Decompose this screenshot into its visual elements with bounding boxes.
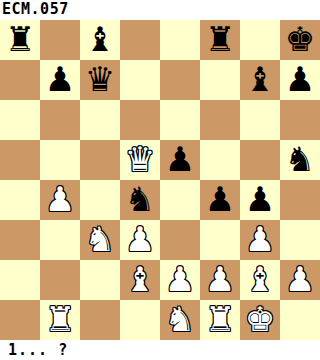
- square-d6[interactable]: [120, 100, 160, 140]
- square-a8[interactable]: ♜: [0, 20, 40, 60]
- square-h8[interactable]: ♚: [280, 20, 320, 60]
- square-g3[interactable]: ♟: [240, 220, 280, 260]
- square-d2[interactable]: ♝: [120, 260, 160, 300]
- square-e1[interactable]: ♞: [160, 300, 200, 340]
- square-f2[interactable]: ♟: [200, 260, 240, 300]
- piece-black-bishop: ♝: [85, 22, 115, 56]
- square-e8[interactable]: [160, 20, 200, 60]
- piece-black-pawn: ♟: [205, 182, 235, 216]
- piece-white-bishop: ♝: [245, 262, 275, 296]
- square-f6[interactable]: [200, 100, 240, 140]
- square-d4[interactable]: ♞: [120, 180, 160, 220]
- square-c2[interactable]: [80, 260, 120, 300]
- square-a6[interactable]: [0, 100, 40, 140]
- square-h4[interactable]: [280, 180, 320, 220]
- square-e5[interactable]: ♟: [160, 140, 200, 180]
- square-c3[interactable]: ♞: [80, 220, 120, 260]
- piece-black-rook: ♜: [205, 22, 235, 56]
- square-d5[interactable]: ♛: [120, 140, 160, 180]
- piece-white-rook: ♜: [205, 302, 235, 336]
- piece-white-knight: ♞: [165, 302, 195, 336]
- square-e7[interactable]: [160, 60, 200, 100]
- square-c5[interactable]: [80, 140, 120, 180]
- square-b8[interactable]: [40, 20, 80, 60]
- square-a1[interactable]: [0, 300, 40, 340]
- square-f8[interactable]: ♜: [200, 20, 240, 60]
- square-h3[interactable]: [280, 220, 320, 260]
- square-g1[interactable]: ♚: [240, 300, 280, 340]
- square-a5[interactable]: [0, 140, 40, 180]
- piece-black-knight: ♞: [125, 182, 155, 216]
- puzzle-id: ECM.057: [0, 0, 320, 20]
- chess-app-window: ECM.057 ♜♝♜♚♟♛♝♟♛♟♞♟♞♟♟♞♟♟♝♟♟♝♟♜♞♜♚ 1...…: [0, 0, 320, 360]
- square-a4[interactable]: [0, 180, 40, 220]
- square-f5[interactable]: [200, 140, 240, 180]
- square-c6[interactable]: [80, 100, 120, 140]
- square-d1[interactable]: [120, 300, 160, 340]
- piece-black-bishop: ♝: [245, 62, 275, 96]
- piece-white-knight: ♞: [85, 222, 115, 256]
- square-g4[interactable]: ♟: [240, 180, 280, 220]
- square-b4[interactable]: ♟: [40, 180, 80, 220]
- square-a2[interactable]: [0, 260, 40, 300]
- piece-white-pawn: ♟: [125, 222, 155, 256]
- square-h5[interactable]: ♞: [280, 140, 320, 180]
- piece-black-rook: ♜: [5, 22, 35, 56]
- square-a3[interactable]: [0, 220, 40, 260]
- square-c8[interactable]: ♝: [80, 20, 120, 60]
- square-b3[interactable]: [40, 220, 80, 260]
- piece-white-pawn: ♟: [45, 182, 75, 216]
- piece-white-pawn: ♟: [245, 222, 275, 256]
- square-g8[interactable]: [240, 20, 280, 60]
- square-b6[interactable]: [40, 100, 80, 140]
- piece-black-pawn: ♟: [285, 62, 315, 96]
- piece-white-bishop: ♝: [125, 262, 155, 296]
- square-h1[interactable]: [280, 300, 320, 340]
- piece-white-queen: ♛: [125, 142, 155, 176]
- square-b1[interactable]: ♜: [40, 300, 80, 340]
- square-c4[interactable]: [80, 180, 120, 220]
- square-h7[interactable]: ♟: [280, 60, 320, 100]
- square-b2[interactable]: [40, 260, 80, 300]
- square-d7[interactable]: [120, 60, 160, 100]
- square-a7[interactable]: [0, 60, 40, 100]
- piece-white-rook: ♜: [45, 302, 75, 336]
- piece-black-knight: ♞: [285, 142, 315, 176]
- piece-black-king: ♚: [285, 22, 315, 56]
- square-h6[interactable]: [280, 100, 320, 140]
- piece-white-pawn: ♟: [205, 262, 235, 296]
- square-b5[interactable]: [40, 140, 80, 180]
- square-f3[interactable]: [200, 220, 240, 260]
- square-f1[interactable]: ♜: [200, 300, 240, 340]
- piece-black-pawn: ♟: [45, 62, 75, 96]
- square-d8[interactable]: [120, 20, 160, 60]
- square-b7[interactable]: ♟: [40, 60, 80, 100]
- square-g2[interactable]: ♝: [240, 260, 280, 300]
- square-c1[interactable]: [80, 300, 120, 340]
- square-f4[interactable]: ♟: [200, 180, 240, 220]
- piece-white-pawn: ♟: [285, 262, 315, 296]
- square-e4[interactable]: [160, 180, 200, 220]
- square-e2[interactable]: ♟: [160, 260, 200, 300]
- piece-black-pawn: ♟: [245, 182, 275, 216]
- square-g6[interactable]: [240, 100, 280, 140]
- piece-white-king: ♚: [245, 302, 275, 336]
- square-g7[interactable]: ♝: [240, 60, 280, 100]
- piece-black-queen: ♛: [85, 62, 115, 96]
- piece-white-pawn: ♟: [165, 262, 195, 296]
- square-f7[interactable]: [200, 60, 240, 100]
- square-g5[interactable]: [240, 140, 280, 180]
- move-prompt: 1... ?: [0, 340, 320, 360]
- piece-black-pawn: ♟: [165, 142, 195, 176]
- square-e3[interactable]: [160, 220, 200, 260]
- square-d3[interactable]: ♟: [120, 220, 160, 260]
- chess-board: ♜♝♜♚♟♛♝♟♛♟♞♟♞♟♟♞♟♟♝♟♟♝♟♜♞♜♚: [0, 20, 320, 340]
- square-c7[interactable]: ♛: [80, 60, 120, 100]
- square-e6[interactable]: [160, 100, 200, 140]
- square-h2[interactable]: ♟: [280, 260, 320, 300]
